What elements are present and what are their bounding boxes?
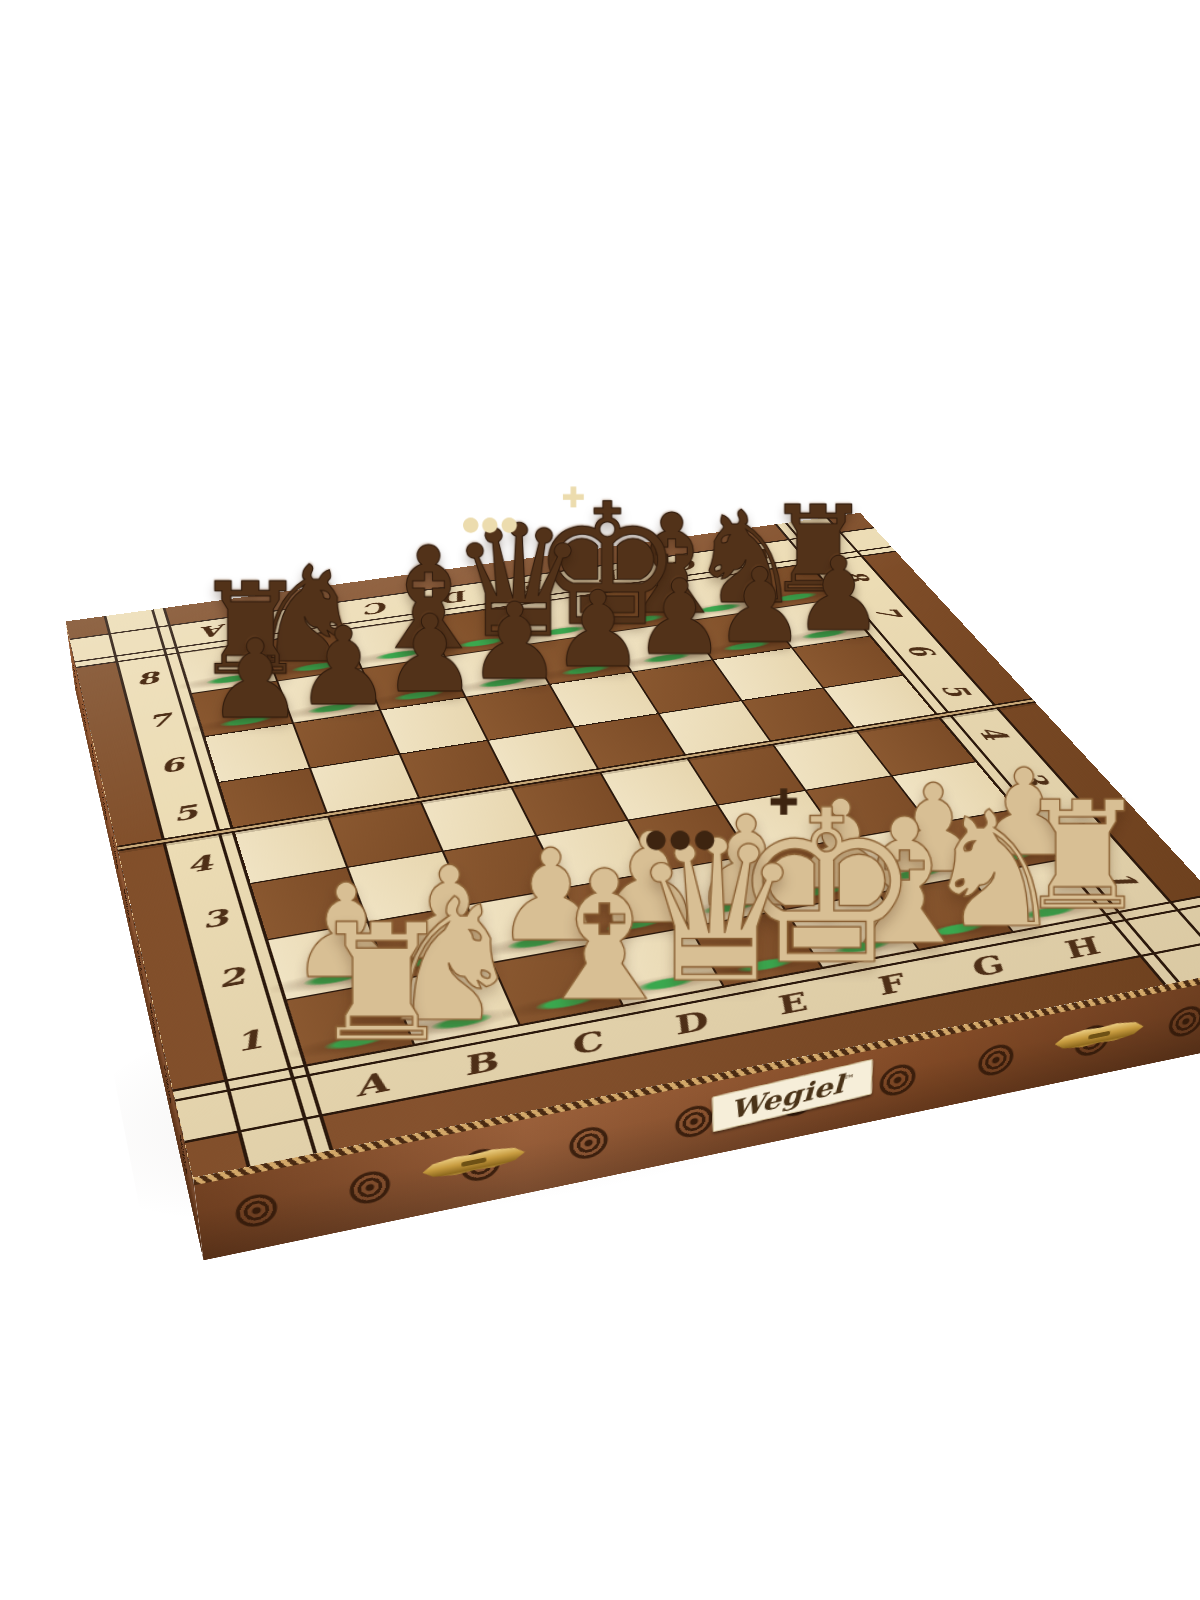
photo-stage: ABCDEFGH ABCDEFGH 87654321 87654321 ♜♞♝♛… bbox=[0, 0, 1200, 1600]
chess-board: ABCDEFGH ABCDEFGH 87654321 87654321 ♜♞♝♛… bbox=[66, 513, 1200, 1178]
piece-black-pawn[interactable]: ♟ bbox=[467, 588, 552, 694]
brand-label: Wegiel bbox=[730, 1069, 844, 1124]
trademark-symbol: ™ bbox=[844, 1072, 855, 1085]
coord-rank-3: 3 bbox=[180, 887, 251, 952]
coord-rank-8: 8 bbox=[118, 656, 176, 703]
piece-white-rook[interactable]: ♜ bbox=[309, 903, 417, 1064]
piece-black-pawn[interactable]: ♟ bbox=[295, 612, 382, 720]
coord-rank-1: 1 bbox=[211, 1004, 288, 1079]
piece-black-pawn[interactable]: ♟ bbox=[551, 577, 635, 682]
piece-black-pawn[interactable]: ♟ bbox=[714, 554, 797, 657]
brand-plate: Wegiel™ bbox=[712, 1059, 873, 1132]
square-a7[interactable]: ♟ bbox=[192, 682, 292, 736]
brass-latch-left bbox=[422, 1142, 525, 1183]
coord-rank-7: 7 bbox=[129, 696, 189, 746]
coord-rank-6: 6 bbox=[873, 634, 967, 667]
piece-black-pawn[interactable]: ♟ bbox=[633, 565, 717, 669]
piece-black-pawn[interactable]: ♟ bbox=[206, 625, 294, 734]
coord-file-A: A bbox=[310, 1056, 430, 1114]
piece-white-bishop[interactable]: ♝ bbox=[524, 848, 630, 1027]
coord-rank-5: 5 bbox=[907, 673, 1005, 708]
brass-latch-right bbox=[1053, 1016, 1145, 1054]
coord-rank-6: 6 bbox=[141, 739, 204, 792]
piece-black-pawn[interactable]: ♟ bbox=[382, 600, 468, 707]
coord-rank-2: 2 bbox=[195, 943, 269, 1013]
